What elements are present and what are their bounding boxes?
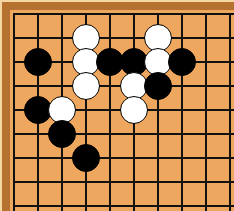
stone-black xyxy=(144,72,172,100)
stone-white xyxy=(72,72,100,100)
stone-black xyxy=(168,48,196,76)
stone-black xyxy=(72,144,100,172)
go-board-diagram xyxy=(0,0,234,211)
stone-black xyxy=(24,48,52,76)
stone-white xyxy=(120,96,148,124)
stone-black xyxy=(48,120,76,148)
stones-layer xyxy=(2,2,234,211)
